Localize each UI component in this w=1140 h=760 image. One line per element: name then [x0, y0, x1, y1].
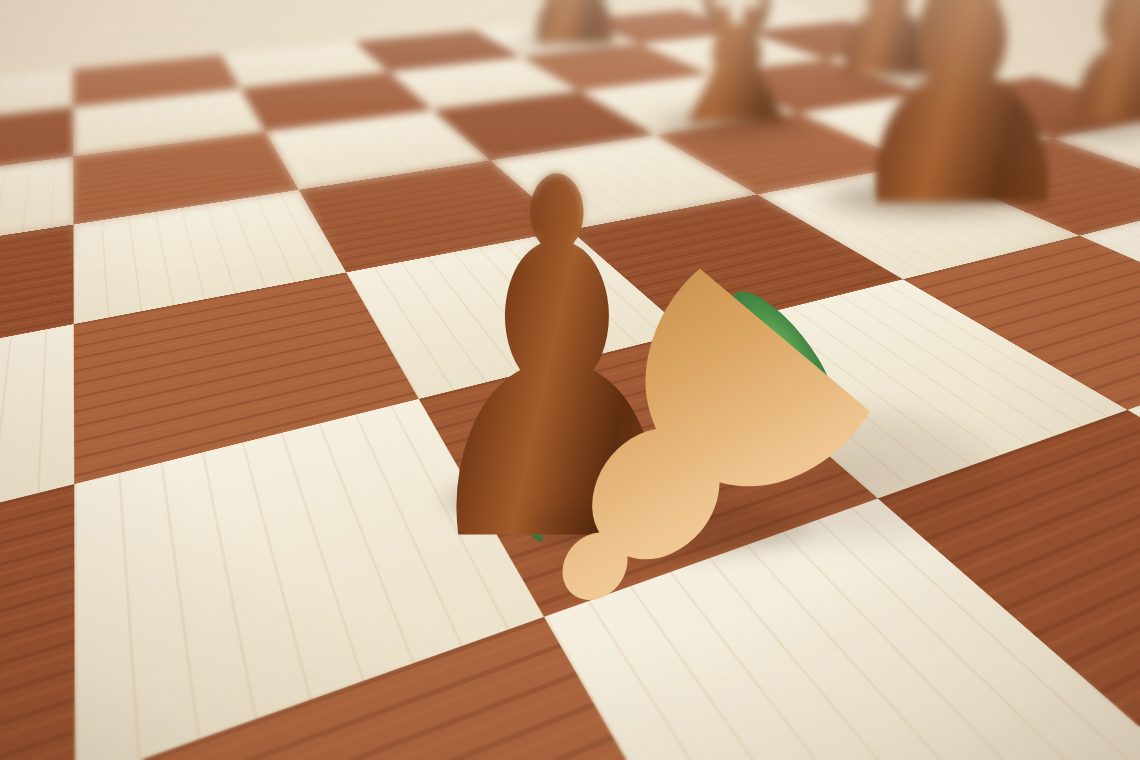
felt-pad-black-pawn-d3 — [493, 482, 548, 545]
piece-shadow-black-bishop-f5 — [650, 109, 820, 139]
piece-shadow-black-pawn-h5 — [1037, 116, 1140, 140]
piece-black-pawn-f4: ♟ — [832, 0, 1091, 259]
piece-black-pawn-f7: ♟ — [518, 0, 632, 69]
piece-shadow-black-pawn-f7 — [510, 31, 640, 53]
piece-black-pawn-g6: ♟ — [821, 0, 954, 104]
piece-shadow-white-pawn-e3 — [680, 400, 1010, 550]
piece-shadow-black-pawn-d3 — [441, 477, 656, 523]
piece-contact-shadow-white-pawn-e3 — [522, 497, 822, 559]
piece-white-pawn-e3-fallen: ♟ — [408, 177, 959, 742]
piece-black-pawn-d3: ♟ — [407, 116, 708, 611]
felt-pad-white-pawn-e3 — [715, 277, 850, 426]
piece-shadow-black-pawn-f4 — [815, 178, 1045, 218]
pieces-layer: ♟♝♟♟♟♟♟ — [0, 0, 1140, 760]
piece-black-pawn-h5: ♟ — [1052, 0, 1140, 154]
chessboard-photo: ♟♝♟♟♟♟♟ — [0, 0, 1140, 760]
piece-shadow-black-pawn-g6 — [828, 68, 948, 88]
piece-black-bishop-f5: ♝ — [642, 0, 833, 166]
